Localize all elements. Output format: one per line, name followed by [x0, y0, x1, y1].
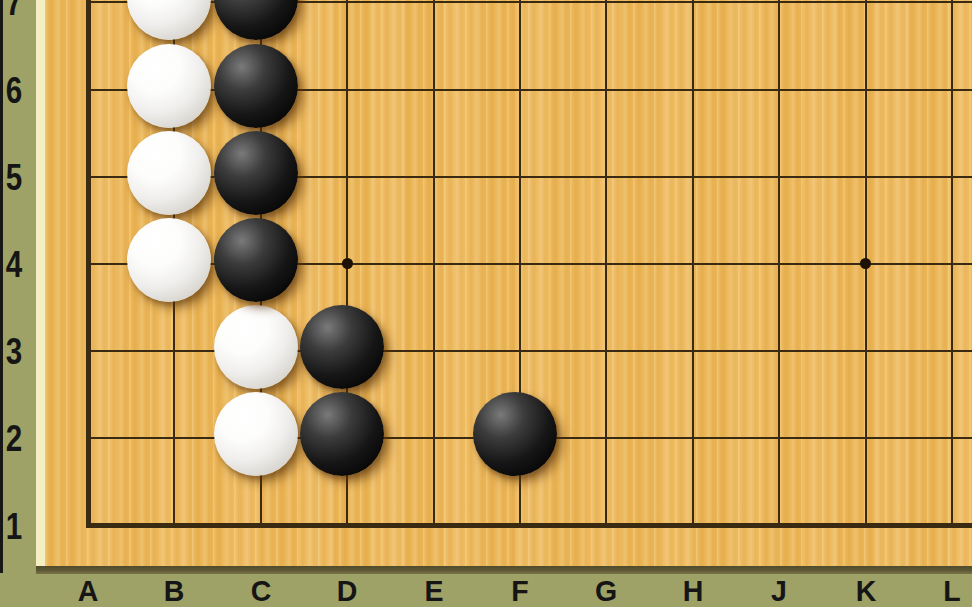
left-coordinate-rail: [0, 0, 36, 607]
go-board[interactable]: [45, 0, 972, 566]
board-bottom-edge-shadow: [36, 566, 972, 574]
go-game-screenshot: 1234567 ABCDEFGHJKL: [0, 0, 972, 607]
bottom-coordinate-rail: [0, 573, 972, 607]
board-left-frame-line: [0, 0, 3, 573]
